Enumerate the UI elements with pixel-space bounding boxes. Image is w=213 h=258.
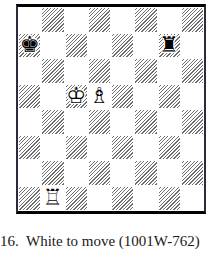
square-d5 [88,84,111,110]
square-g3 [158,135,181,161]
square-d7 [88,33,111,59]
square-e6 [111,58,134,84]
square-d3 [88,135,111,161]
square-b3 [41,135,64,161]
square-f3 [134,135,157,161]
square-f6 [134,58,157,84]
square-f4 [134,109,157,135]
square-b7 [41,33,64,59]
square-d1 [88,186,111,212]
square-a2 [18,160,41,186]
square-f7 [134,33,157,59]
square-h3 [181,135,204,161]
square-g6 [158,58,181,84]
square-b8 [41,7,64,33]
square-a8 [18,7,41,33]
square-g8 [158,7,181,33]
square-d6 [88,58,111,84]
square-h7 [181,33,204,59]
square-a3 [18,135,41,161]
square-a5 [18,84,41,110]
square-b4 [41,109,64,135]
square-f2 [134,160,157,186]
square-h8 [181,7,204,33]
square-e4 [111,109,134,135]
square-d4 [88,109,111,135]
square-g7 [158,33,181,59]
square-e5 [111,84,134,110]
square-a4 [18,109,41,135]
square-h5 [181,84,204,110]
square-c7 [65,33,88,59]
chess-diagram-page: ♚♚♜♜♚♔♝♗♜♖ 16. White to move (1001W-762) [0,0,213,258]
square-a7 [18,33,41,59]
square-e3 [111,135,134,161]
square-b1 [41,186,64,212]
square-d2 [88,160,111,186]
square-a6 [18,58,41,84]
square-b2 [41,160,64,186]
square-g2 [158,160,181,186]
square-a1 [18,186,41,212]
square-g5 [158,84,181,110]
square-e7 [111,33,134,59]
square-h4 [181,109,204,135]
square-g1 [158,186,181,212]
square-c1 [65,186,88,212]
square-e1 [111,186,134,212]
square-c4 [65,109,88,135]
square-e2 [111,160,134,186]
square-h2 [181,160,204,186]
square-f1 [134,186,157,212]
square-f8 [134,7,157,33]
square-h1 [181,186,204,212]
square-c3 [65,135,88,161]
chess-board: ♚♚♜♜♚♔♝♗♜♖ [16,4,206,214]
square-d8 [88,7,111,33]
square-h6 [181,58,204,84]
square-f5 [134,84,157,110]
diagram-caption: 16. White to move (1001W-762) [0,233,213,250]
square-b6 [41,58,64,84]
square-c2 [65,160,88,186]
square-c6 [65,58,88,84]
square-g4 [158,109,181,135]
square-e8 [111,7,134,33]
square-c8 [65,7,88,33]
square-c5 [65,84,88,110]
square-b5 [41,84,64,110]
